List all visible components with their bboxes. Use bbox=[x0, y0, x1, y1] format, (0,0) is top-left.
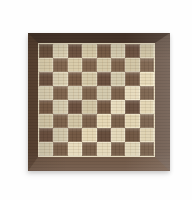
square-e1 bbox=[97, 142, 111, 156]
square-d8 bbox=[82, 44, 96, 58]
square-b5 bbox=[53, 86, 67, 100]
square-a2 bbox=[39, 128, 53, 142]
square-f8 bbox=[111, 44, 125, 58]
square-f7 bbox=[111, 58, 125, 72]
square-f5 bbox=[111, 86, 125, 100]
square-b7 bbox=[53, 58, 67, 72]
square-d3 bbox=[82, 114, 96, 128]
maple-inlay-border bbox=[38, 43, 155, 157]
square-g6 bbox=[125, 72, 139, 86]
square-f2 bbox=[111, 128, 125, 142]
square-a3 bbox=[39, 114, 53, 128]
square-b1 bbox=[53, 142, 67, 156]
square-g2 bbox=[125, 128, 139, 142]
square-g3 bbox=[125, 114, 139, 128]
square-h8 bbox=[140, 44, 154, 58]
square-a7 bbox=[39, 58, 53, 72]
square-g1 bbox=[125, 142, 139, 156]
square-h3 bbox=[140, 114, 154, 128]
square-d1 bbox=[82, 142, 96, 156]
square-c3 bbox=[68, 114, 82, 128]
square-a4 bbox=[39, 100, 53, 114]
square-c4 bbox=[68, 100, 82, 114]
square-c1 bbox=[68, 142, 82, 156]
square-h2 bbox=[140, 128, 154, 142]
square-b3 bbox=[53, 114, 67, 128]
square-d7 bbox=[82, 58, 96, 72]
square-f3 bbox=[111, 114, 125, 128]
square-b8 bbox=[53, 44, 67, 58]
square-c6 bbox=[68, 72, 82, 86]
square-c2 bbox=[68, 128, 82, 142]
board-grid bbox=[39, 44, 154, 156]
square-e3 bbox=[97, 114, 111, 128]
square-a8 bbox=[39, 44, 53, 58]
square-g4 bbox=[125, 100, 139, 114]
square-g5 bbox=[125, 86, 139, 100]
square-d2 bbox=[82, 128, 96, 142]
square-c5 bbox=[68, 86, 82, 100]
square-h7 bbox=[140, 58, 154, 72]
square-h5 bbox=[140, 86, 154, 100]
square-d6 bbox=[82, 72, 96, 86]
square-e2 bbox=[97, 128, 111, 142]
square-e5 bbox=[97, 86, 111, 100]
square-f6 bbox=[111, 72, 125, 86]
square-h4 bbox=[140, 100, 154, 114]
chess-board bbox=[28, 33, 170, 171]
square-c8 bbox=[68, 44, 82, 58]
square-e8 bbox=[97, 44, 111, 58]
square-f4 bbox=[111, 100, 125, 114]
square-e4 bbox=[97, 100, 111, 114]
square-g7 bbox=[125, 58, 139, 72]
square-f1 bbox=[111, 142, 125, 156]
square-h6 bbox=[140, 72, 154, 86]
product-photo bbox=[0, 0, 192, 200]
square-b6 bbox=[53, 72, 67, 86]
square-d5 bbox=[82, 86, 96, 100]
square-c7 bbox=[68, 58, 82, 72]
square-g8 bbox=[125, 44, 139, 58]
square-a5 bbox=[39, 86, 53, 100]
square-d4 bbox=[82, 100, 96, 114]
square-h1 bbox=[140, 142, 154, 156]
square-e7 bbox=[97, 58, 111, 72]
square-a1 bbox=[39, 142, 53, 156]
square-b4 bbox=[53, 100, 67, 114]
square-a6 bbox=[39, 72, 53, 86]
square-b2 bbox=[53, 128, 67, 142]
square-e6 bbox=[97, 72, 111, 86]
